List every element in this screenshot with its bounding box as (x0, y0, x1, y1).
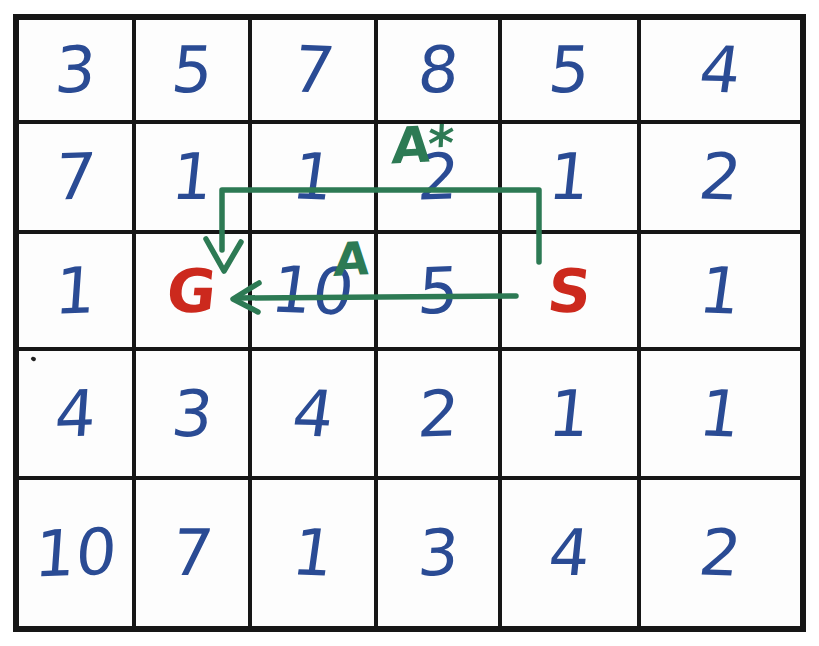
cell-value: 3 (53, 37, 98, 102)
cell-r3c3: 2 (378, 351, 502, 480)
cell-value: 8 (415, 37, 460, 102)
cell-r0c1: 5 (136, 20, 252, 124)
cell-r4c3: 3 (378, 480, 502, 626)
grid-board: 3 5 7 8 5 4 7 1 1 2 1 2 1 G 10 5 S 1 4 3… (13, 14, 806, 632)
cell-r3c5: 1 (641, 351, 800, 480)
cell-r0c5: 4 (641, 20, 800, 124)
cell-r3c1: 3 (136, 351, 252, 480)
cell-value: 3 (415, 520, 460, 585)
cell-value: 1 (288, 144, 338, 209)
cell-value: 3 (168, 382, 215, 446)
cell-r3c2: 4 (252, 351, 378, 480)
cell-value: 4 (288, 381, 338, 446)
cell-r2c3: 5 (378, 234, 502, 351)
cell-r0c0: 3 (19, 20, 136, 124)
astar-label: A* (391, 118, 453, 171)
cell-r1c4: 1 (502, 124, 641, 234)
cell-value: 1 (53, 258, 98, 323)
cell-r4c0: 10 (19, 480, 136, 626)
cell-r4c4: 4 (502, 480, 641, 626)
cell-r2c5: 1 (641, 234, 800, 351)
cell-r0c2: 7 (252, 20, 378, 124)
cell-value: 5 (546, 38, 593, 102)
cell-value: 5 (168, 38, 215, 102)
cell-r0c4: 5 (502, 20, 641, 124)
cell-value: 1 (696, 381, 746, 446)
cell-value: 10 (32, 520, 118, 587)
cell-r4c5: 2 (641, 480, 800, 626)
cell-value: 5 (415, 258, 460, 323)
cell-value: 7 (288, 37, 338, 102)
cell-value: 1 (168, 145, 215, 209)
cell-value: 4 (546, 521, 593, 585)
cell-value: 2 (696, 144, 746, 209)
cell-value: 7 (53, 144, 98, 209)
cell-r2c0: 1 (19, 234, 136, 351)
goal-cell: G (136, 234, 252, 351)
cell-r4c2: 1 (252, 480, 378, 626)
cell-value: 4 (53, 381, 98, 446)
cell-r0c3: 8 (378, 20, 502, 124)
start-marker: S (545, 261, 595, 321)
cell-value: 7 (168, 521, 215, 585)
cell-value: 1 (546, 145, 593, 209)
cell-r1c5: 2 (641, 124, 800, 234)
cell-r3c0: 4 (19, 351, 136, 480)
cell-value: 1 (288, 520, 338, 585)
start-cell: S (502, 234, 641, 351)
cell-value: 1 (546, 382, 593, 446)
whiteboard-sketch: 3 5 7 8 5 4 7 1 1 2 1 2 1 G 10 5 S 1 4 3… (0, 0, 819, 646)
cell-r4c1: 7 (136, 480, 252, 626)
cell-value: 1 (696, 258, 746, 323)
cell-r1c2: 1 (252, 124, 378, 234)
cell-value: 2 (696, 520, 746, 585)
cell-r3c4: 1 (502, 351, 641, 480)
greedy-label: A (333, 235, 371, 283)
goal-marker: G (164, 261, 220, 321)
cell-value: 2 (415, 381, 460, 446)
cell-value: 4 (696, 37, 746, 102)
cell-r1c1: 1 (136, 124, 252, 234)
cell-r1c0: 7 (19, 124, 136, 234)
